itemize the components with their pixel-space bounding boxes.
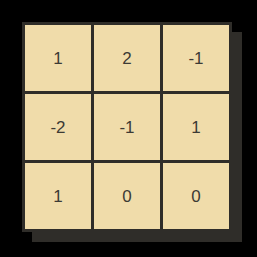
cell-r2c0: 1 <box>25 163 91 229</box>
board: 1 2 -1 -2 -1 1 1 0 0 <box>22 22 232 232</box>
cell-r1c2: 1 <box>163 94 229 160</box>
cell-r0c1: 2 <box>94 25 160 91</box>
cell-r2c2: 0 <box>163 163 229 229</box>
cell-r2c1: 0 <box>94 163 160 229</box>
cell-r1c0: -2 <box>25 94 91 160</box>
cell-r0c2: -1 <box>163 25 229 91</box>
cell-r0c0: 1 <box>25 25 91 91</box>
cell-r1c1: -1 <box>94 94 160 160</box>
